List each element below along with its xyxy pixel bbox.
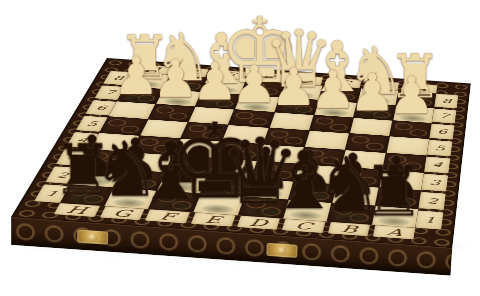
piece-black-rook[interactable]: ♜ [371,206,418,228]
rank-label-5: 5 [427,140,453,156]
brass-clasp-icon [266,243,297,258]
chess-box: HGFEDCBA HGFEDCBA 87654321 87654321 ♜♞♝♚… [11,58,471,248]
scene: HGFEDCBA HGFEDCBA 87654321 87654321 ♜♞♝♚… [0,0,480,296]
photo-frame: HGFEDCBA HGFEDCBA 87654321 87654321 ♜♞♝♚… [0,0,480,296]
black-rook-glyph: ♜ [362,157,424,226]
brass-clasp-icon [77,230,108,245]
rank-label-7: 7 [432,108,457,123]
rank-label-4: 4 [424,156,450,173]
rank-label-3: 3 [421,174,448,192]
